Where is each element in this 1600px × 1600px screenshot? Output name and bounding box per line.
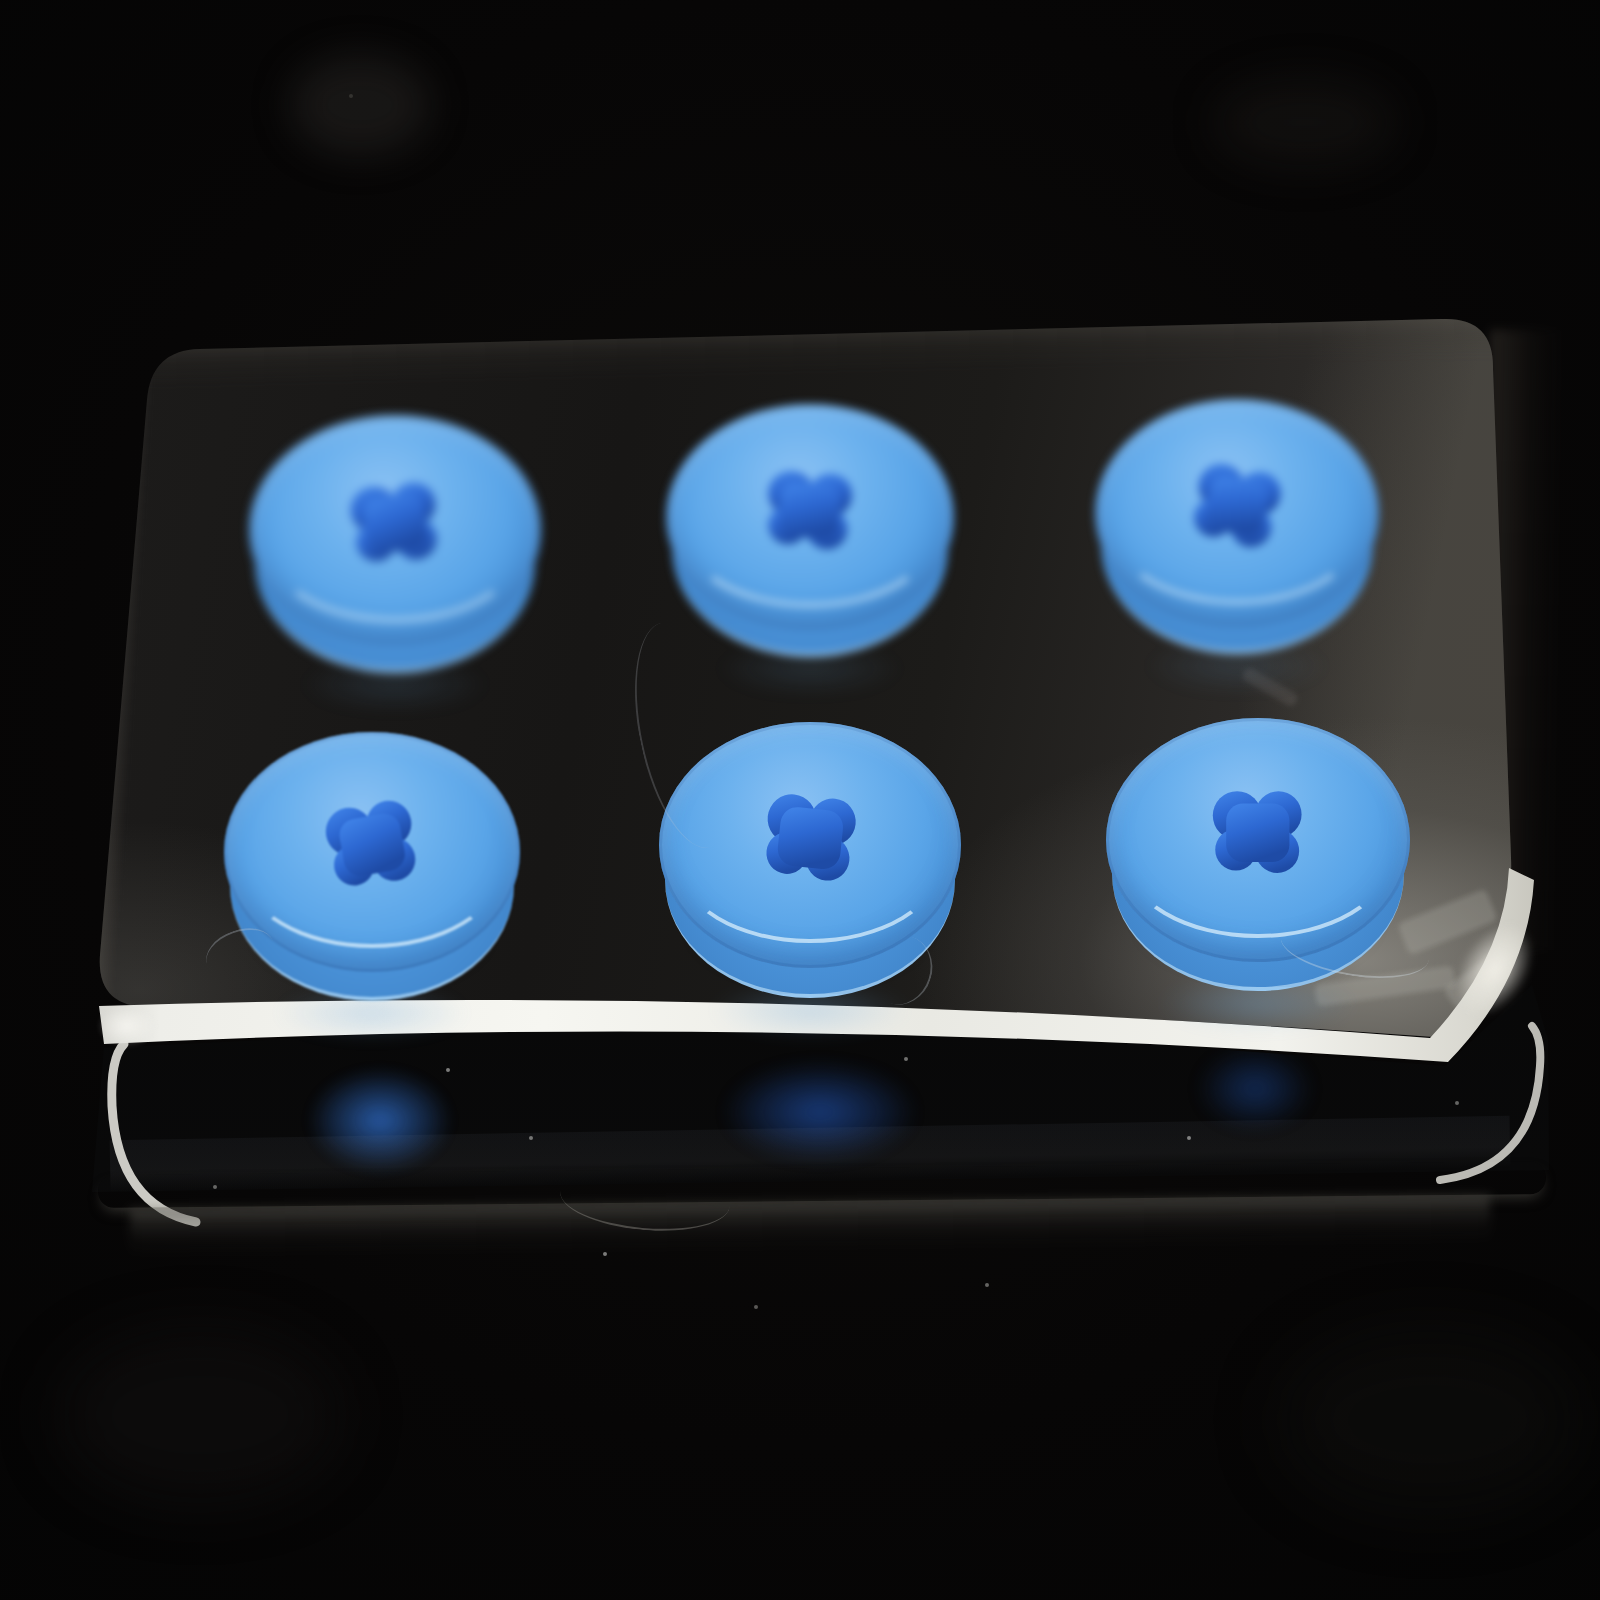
grommet-layer <box>0 0 1600 1600</box>
grommet-top-right <box>1095 399 1379 627</box>
photo-stage <box>0 0 1600 1600</box>
grommet-hole-icon <box>1197 779 1319 886</box>
grommet-hole-icon <box>305 783 440 908</box>
grommet-hole-icon <box>744 777 875 897</box>
grommet-hole-icon <box>332 467 459 580</box>
grommet-top-middle <box>666 404 954 630</box>
grommet-top-left <box>249 415 541 645</box>
grommet-hole-icon <box>749 457 871 564</box>
dust-specks <box>0 0 2 2</box>
